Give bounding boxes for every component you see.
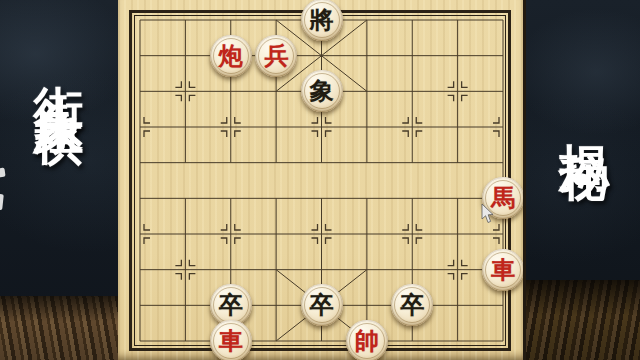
piece-glyph: 卒 bbox=[310, 293, 334, 317]
black-elephant[interactable]: 象 bbox=[301, 70, 343, 112]
black-general[interactable]: 將 bbox=[301, 0, 343, 41]
piece-glyph: 帥 bbox=[355, 329, 379, 353]
left-edge-text-fragment bbox=[0, 194, 4, 211]
piece-glyph: 卒 bbox=[219, 293, 243, 317]
right-title: 揭秘 bbox=[560, 104, 610, 124]
piece-glyph: 象 bbox=[310, 79, 334, 103]
wood-floor-right bbox=[526, 280, 640, 360]
mouse-cursor-icon bbox=[481, 204, 495, 224]
right-banner-panel: 揭秘 bbox=[523, 0, 640, 360]
piece-glyph: 兵 bbox=[264, 44, 288, 68]
red-cannon[interactable]: 炮 bbox=[210, 35, 252, 77]
red-soldier[interactable]: 兵 bbox=[255, 35, 297, 77]
black-soldier[interactable]: 卒 bbox=[301, 284, 343, 326]
piece-glyph: 車 bbox=[491, 258, 515, 282]
xiangqi-board[interactable]: 將炮兵象馬車卒卒卒車帥 bbox=[118, 0, 523, 360]
piece-glyph: 卒 bbox=[400, 293, 424, 317]
wood-floor-left bbox=[0, 296, 118, 360]
red-chariot[interactable]: 車 bbox=[482, 249, 523, 291]
piece-glyph: 將 bbox=[310, 8, 334, 32]
left-banner-panel: 街头象棋 bbox=[0, 0, 121, 360]
left-edge-text-fragment bbox=[0, 168, 6, 178]
piece-glyph: 車 bbox=[219, 329, 243, 353]
left-title: 街头象棋 bbox=[34, 46, 84, 86]
red-chariot[interactable]: 車 bbox=[210, 320, 252, 360]
piece-glyph: 炮 bbox=[219, 44, 243, 68]
red-general[interactable]: 帥 bbox=[346, 320, 388, 360]
